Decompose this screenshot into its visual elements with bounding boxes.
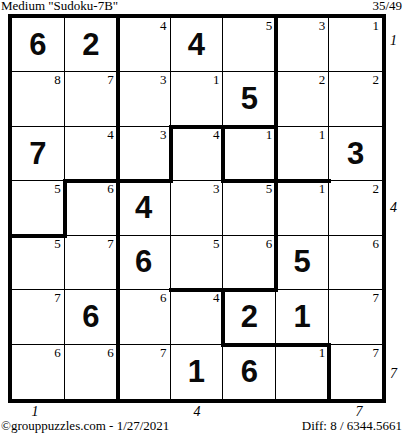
region-border-horizontal: [221, 343, 331, 347]
region-border-vertical: [116, 16, 120, 401]
cell-r1c4: 4: [171, 18, 224, 72]
cell-r6c5: 2: [223, 290, 276, 344]
given-digit: 1: [171, 345, 223, 399]
region-border-vertical: [221, 288, 225, 346]
region-border-horizontal: [169, 125, 279, 129]
corner-hint: 6: [107, 181, 114, 196]
cell-r1c7[interactable]: 1: [329, 18, 382, 72]
col-label-4: 4: [194, 404, 201, 420]
given-digit: 2: [65, 18, 117, 71]
cell-r2c3[interactable]: 3: [118, 72, 171, 126]
region-border-vertical: [63, 179, 67, 237]
cell-r6c1[interactable]: 7: [12, 290, 65, 344]
cell-r2c1[interactable]: 8: [12, 72, 65, 126]
region-border-vertical: [327, 343, 331, 401]
cell-r7c6[interactable]: 1: [276, 345, 329, 399]
region-border-horizontal: [169, 288, 279, 292]
corner-hint: 6: [107, 345, 114, 360]
cell-r5c2[interactable]: 7: [65, 236, 118, 290]
corner-hint: 3: [160, 127, 167, 142]
region-border-vertical: [221, 125, 225, 183]
given-digit: 6: [223, 345, 275, 399]
difficulty-text: Diff: 8 / 6344.5661: [302, 418, 402, 434]
region-border-horizontal: [10, 234, 67, 238]
region-border-vertical: [169, 125, 173, 183]
cell-r1c3[interactable]: 4: [118, 18, 171, 72]
puzzle-page: Medium "Sudoku-7B" 35/49 624453187315227…: [0, 0, 403, 437]
region-border-vertical: [274, 16, 278, 292]
cell-r2c4[interactable]: 1: [171, 72, 224, 126]
corner-hint: 1: [213, 72, 220, 87]
corner-hint: 6: [266, 236, 273, 251]
corner-hint: 7: [107, 72, 114, 87]
corner-hint: 6: [160, 290, 167, 305]
cell-r6c3[interactable]: 6: [118, 290, 171, 344]
cell-r4c4[interactable]: 3: [171, 181, 224, 235]
cell-r6c4[interactable]: 4: [171, 290, 224, 344]
corner-hint: 5: [54, 181, 61, 196]
row-label-4: 4: [390, 200, 397, 216]
corner-hint: 5: [54, 236, 61, 251]
row-label-1: 1: [390, 33, 397, 49]
corner-hint: 1: [319, 345, 326, 360]
given-digit: 4: [171, 18, 223, 71]
corner-hint: 3: [319, 18, 326, 33]
cell-r4c1[interactable]: 5: [12, 181, 65, 235]
corner-hint: 2: [373, 72, 380, 87]
cell-r1c1: 6: [12, 18, 65, 72]
corner-hint: 3: [160, 72, 167, 87]
cell-r4c7[interactable]: 2: [329, 181, 382, 235]
given-digit: 5: [276, 236, 328, 289]
cell-r6c6: 1: [276, 290, 329, 344]
corner-hint: 3: [213, 181, 220, 196]
given-digit: 2: [223, 290, 275, 343]
cell-r1c5[interactable]: 5: [223, 18, 276, 72]
corner-hint: 7: [160, 345, 167, 360]
cell-r2c5: 5: [223, 72, 276, 126]
cell-r7c5: 6: [223, 345, 276, 399]
region-border-horizontal: [63, 179, 173, 183]
cell-r3c6[interactable]: 1: [276, 127, 329, 181]
cell-r5c5[interactable]: 6: [223, 236, 276, 290]
cell-r3c5[interactable]: 1: [223, 127, 276, 181]
corner-hint: 1: [373, 18, 380, 33]
region-border-horizontal: [221, 179, 331, 183]
cell-r3c1: 7: [12, 127, 65, 181]
corner-hint: 5: [213, 236, 220, 251]
remaining-counter: 35/49: [372, 0, 402, 14]
cell-r3c7: 3: [329, 127, 382, 181]
given-digit: 3: [329, 127, 382, 180]
cell-r5c4[interactable]: 5: [171, 236, 224, 290]
cell-r2c7[interactable]: 2: [329, 72, 382, 126]
corner-hint: 1: [319, 127, 326, 142]
corner-hint: 4: [213, 127, 220, 142]
cell-r6c7[interactable]: 7: [329, 290, 382, 344]
corner-hint: 4: [107, 127, 114, 142]
cell-r7c1[interactable]: 6: [12, 345, 65, 399]
given-digit: 4: [118, 181, 170, 234]
cell-r2c2[interactable]: 7: [65, 72, 118, 126]
corner-hint: 8: [54, 72, 61, 87]
cell-r5c7[interactable]: 6: [329, 236, 382, 290]
corner-hint: 2: [319, 72, 326, 87]
cell-r4c5[interactable]: 5: [223, 181, 276, 235]
sudoku-board-grid: 6244531873152274341135643512576565676642…: [12, 18, 382, 399]
given-digit: 7: [12, 127, 64, 180]
corner-hint: 7: [373, 290, 380, 305]
cell-r2c6[interactable]: 2: [276, 72, 329, 126]
cell-r5c3: 6: [118, 236, 171, 290]
cell-r1c2: 2: [65, 18, 118, 72]
cell-r5c6: 5: [276, 236, 329, 290]
corner-hint: 5: [266, 181, 273, 196]
cell-r7c3[interactable]: 7: [118, 345, 171, 399]
corner-hint: 7: [54, 290, 61, 305]
row-label-7: 7: [390, 366, 397, 382]
corner-hint: 4: [213, 290, 220, 305]
copyright-text: ©grouppuzzles.com - 1/27/2021: [1, 418, 169, 434]
cell-r7c7[interactable]: 7: [329, 345, 382, 399]
cell-r4c3: 4: [118, 181, 171, 235]
cell-r7c2[interactable]: 6: [65, 345, 118, 399]
cell-r4c2[interactable]: 6: [65, 181, 118, 235]
corner-hint: 1: [319, 181, 326, 196]
cell-r5c1[interactable]: 5: [12, 236, 65, 290]
corner-hint: 6: [54, 345, 61, 360]
corner-hint: 5: [266, 18, 273, 33]
corner-hint: 2: [373, 181, 380, 196]
corner-hint: 7: [107, 236, 114, 251]
puzzle-title: Medium "Sudoku-7B": [1, 0, 118, 14]
given-digit: 6: [118, 236, 170, 289]
corner-hint: 4: [160, 18, 167, 33]
cell-r1c6[interactable]: 3: [276, 18, 329, 72]
cell-r3c3[interactable]: 3: [118, 127, 171, 181]
given-digit: 6: [65, 290, 117, 343]
cell-r3c4[interactable]: 4: [171, 127, 224, 181]
given-digit: 5: [223, 72, 275, 125]
given-digit: 6: [12, 18, 64, 71]
sudoku-board: 6244531873152274341135643512576565676642…: [8, 14, 386, 403]
corner-hint: 6: [373, 236, 380, 251]
cell-r7c4: 1: [171, 345, 224, 399]
given-digit: 1: [276, 290, 328, 343]
cell-r3c2[interactable]: 4: [65, 127, 118, 181]
corner-hint: 7: [373, 345, 380, 360]
corner-hint: 1: [266, 127, 273, 142]
cell-r4c6[interactable]: 1: [276, 181, 329, 235]
cell-r6c2: 6: [65, 290, 118, 344]
